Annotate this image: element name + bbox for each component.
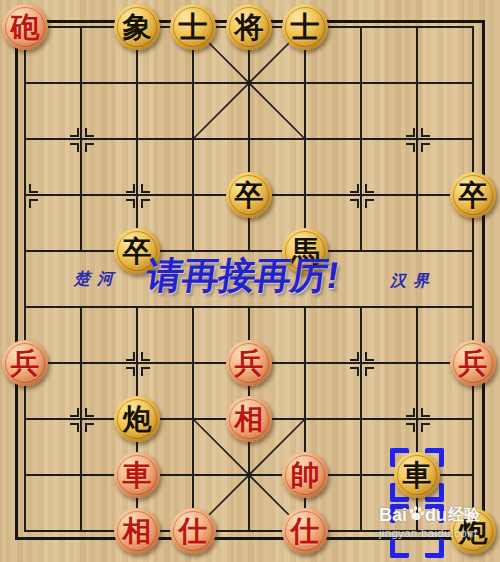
point-marker	[421, 143, 430, 152]
piece-glyph: 仕	[291, 517, 320, 546]
point-marker	[126, 352, 135, 361]
piece-glyph: 相	[123, 517, 152, 546]
piece-glyph: 相	[235, 405, 264, 434]
piece-glyph: 仕	[179, 517, 208, 546]
piece-glyph: 卒	[235, 181, 264, 210]
grid-vline	[136, 27, 138, 251]
piece-glyph: 砲	[11, 13, 40, 42]
black-cannon[interactable]: 炮	[114, 396, 160, 442]
point-marker	[29, 184, 38, 193]
point-marker	[406, 408, 415, 417]
baidu-paw-icon	[406, 503, 426, 523]
point-marker	[406, 423, 415, 432]
black-advisor[interactable]: 士	[282, 4, 328, 50]
toast-message: 请再接再厉!	[143, 251, 341, 301]
grid-vline	[304, 27, 306, 251]
point-marker	[406, 128, 415, 137]
point-marker	[141, 199, 150, 208]
watermark-brand: Bai du 经验	[379, 505, 480, 524]
piece-glyph: 帥	[291, 461, 320, 490]
point-marker	[126, 184, 135, 193]
point-marker	[365, 184, 374, 193]
piece-glyph: 車	[123, 461, 152, 490]
baidu-jingyan-watermark: Bai du 经验 jingyan.baidu.com	[379, 505, 480, 539]
red-soldier[interactable]: 兵	[450, 340, 496, 386]
point-marker	[141, 367, 150, 376]
point-marker	[126, 199, 135, 208]
piece-glyph: 兵	[459, 349, 488, 378]
black-soldier[interactable]: 卒	[450, 172, 496, 218]
grid-vline	[360, 27, 362, 251]
piece-glyph: 車	[403, 461, 432, 490]
red-soldier[interactable]: 兵	[2, 340, 48, 386]
grid-vline	[192, 307, 194, 531]
black-advisor[interactable]: 士	[170, 4, 216, 50]
piece-glyph: 士	[291, 13, 320, 42]
point-marker	[126, 367, 135, 376]
point-marker	[85, 128, 94, 137]
grid-vline	[416, 27, 418, 251]
selection-corner	[425, 539, 444, 558]
point-marker	[70, 143, 79, 152]
watermark-url: jingyan.baidu.com	[379, 527, 480, 539]
watermark-brand-prefix: Bai	[379, 506, 407, 524]
grid-vline	[80, 307, 82, 531]
point-marker	[365, 352, 374, 361]
watermark-brand-cn: 经验	[448, 507, 480, 523]
river-label-han-jie: 汉界	[390, 271, 436, 292]
red-elephant[interactable]: 相	[114, 508, 160, 554]
piece-glyph: 象	[123, 13, 152, 42]
piece-glyph: 兵	[235, 349, 264, 378]
black-general[interactable]: 将	[226, 4, 272, 50]
piece-glyph: 兵	[11, 349, 40, 378]
xiangqi-board[interactable]: 砲象士将士卒卒卒馬兵兵兵炮相車帥車相仕仕炮 楚河 汉界 请再接再厉! Bai d…	[0, 0, 500, 562]
piece-glyph: 卒	[123, 237, 152, 266]
point-marker	[421, 423, 430, 432]
watermark-brand-suffix: du	[425, 506, 447, 524]
point-marker	[350, 367, 359, 376]
point-marker	[141, 352, 150, 361]
piece-glyph: 炮	[123, 405, 152, 434]
point-marker	[350, 184, 359, 193]
point-marker	[141, 184, 150, 193]
black-elephant[interactable]: 象	[114, 4, 160, 50]
red-soldier[interactable]: 兵	[226, 340, 272, 386]
point-marker	[70, 408, 79, 417]
point-marker	[70, 423, 79, 432]
point-marker	[85, 143, 94, 152]
piece-glyph: 将	[235, 13, 264, 42]
point-marker	[350, 199, 359, 208]
point-marker	[365, 367, 374, 376]
point-marker	[70, 128, 79, 137]
point-marker	[365, 199, 374, 208]
grid-vline	[360, 307, 362, 531]
red-advisor[interactable]: 仕	[170, 508, 216, 554]
point-marker	[421, 128, 430, 137]
grid-vline	[472, 27, 474, 531]
red-general[interactable]: 帥	[282, 452, 328, 498]
black-chariot[interactable]: 車	[394, 452, 440, 498]
river-label-chu-he: 楚河	[74, 269, 120, 290]
grid-vline	[192, 27, 194, 251]
selection-corner	[390, 539, 409, 558]
point-marker	[350, 352, 359, 361]
black-soldier[interactable]: 卒	[226, 172, 272, 218]
point-marker	[85, 423, 94, 432]
piece-glyph: 卒	[459, 181, 488, 210]
point-marker	[406, 143, 415, 152]
red-chariot[interactable]: 車	[114, 452, 160, 498]
point-marker	[85, 408, 94, 417]
piece-glyph: 士	[179, 13, 208, 42]
red-advisor[interactable]: 仕	[282, 508, 328, 554]
red-elephant[interactable]: 相	[226, 396, 272, 442]
point-marker	[421, 408, 430, 417]
point-marker	[29, 199, 38, 208]
grid-vline	[24, 27, 26, 531]
red-cannon[interactable]: 砲	[2, 4, 48, 50]
grid-vline	[80, 27, 82, 251]
